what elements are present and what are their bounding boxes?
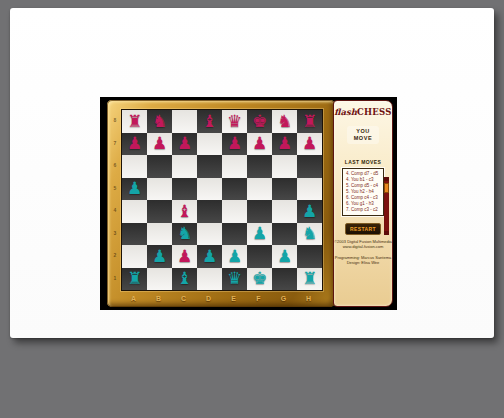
square-g6[interactable] xyxy=(272,155,297,178)
pink-queen-e8[interactable]: ♛ xyxy=(222,110,247,133)
square-e4[interactable] xyxy=(222,200,247,223)
pink-pawn-c7[interactable]: ♟ xyxy=(172,133,197,156)
file-label-g: G xyxy=(271,292,296,304)
last-moves-title: LAST MOVES xyxy=(345,159,382,165)
rank-label-6: 6 xyxy=(110,154,120,177)
square-a1[interactable]: ♜ xyxy=(122,268,147,291)
square-d4[interactable] xyxy=(197,200,222,223)
square-d2[interactable]: ♟ xyxy=(197,245,222,268)
square-e2[interactable]: ♟ xyxy=(222,245,247,268)
pink-pawn-g7[interactable]: ♟ xyxy=(272,133,297,156)
move-row: 7. Comp c3 - c2 xyxy=(346,207,382,213)
square-d5[interactable] xyxy=(197,178,222,201)
teal-knight-h3[interactable]: ♞ xyxy=(297,223,322,246)
square-e6[interactable] xyxy=(222,155,247,178)
teal-pawn-e2[interactable]: ♟ xyxy=(222,245,247,268)
square-h2[interactable] xyxy=(297,245,322,268)
rank-label-3: 3 xyxy=(110,222,120,245)
pink-bishop-d8[interactable]: ♝ xyxy=(197,110,222,133)
square-c1[interactable]: ♝ xyxy=(172,268,197,291)
turn-status: YOU MOVE xyxy=(347,126,380,144)
pink-pawn-b7[interactable]: ♟ xyxy=(147,133,172,156)
square-g2[interactable]: ♟ xyxy=(272,245,297,268)
square-h6[interactable] xyxy=(297,155,322,178)
teal-queen-e1[interactable]: ♛ xyxy=(222,268,247,291)
app-logo: flashCHESS xyxy=(334,108,392,117)
square-a6[interactable] xyxy=(122,155,147,178)
teal-pawn-f3[interactable]: ♟ xyxy=(247,223,272,246)
square-a2[interactable] xyxy=(122,245,147,268)
file-label-f: F xyxy=(246,292,271,304)
square-h1[interactable]: ♜ xyxy=(297,268,322,291)
pink-pawn-e7[interactable]: ♟ xyxy=(222,133,247,156)
move-history-scrollbar[interactable] xyxy=(384,177,389,235)
square-g3[interactable] xyxy=(272,223,297,246)
rank-label-1: 1 xyxy=(110,267,120,290)
square-b4[interactable] xyxy=(147,200,172,223)
credits-block: Programming: Marcus Santema Design: Elis… xyxy=(335,255,391,265)
square-h3[interactable]: ♞ xyxy=(297,223,322,246)
square-e5[interactable] xyxy=(222,178,247,201)
logo-flash-text: flash xyxy=(334,107,357,117)
teal-king-f1[interactable]: ♚ xyxy=(247,268,272,291)
page-panel: 87654321 ♜♞♝♛♚♞♜♟♟♟♟♟♟♟♟♝♟♞♟♞♟♟♟♟♟♜♝♛♚♜ … xyxy=(10,8,494,338)
square-d1[interactable] xyxy=(197,268,222,291)
teal-bishop-c1[interactable]: ♝ xyxy=(172,268,197,291)
square-d6[interactable] xyxy=(197,155,222,178)
square-h4[interactable]: ♟ xyxy=(297,200,322,223)
rank-label-8: 8 xyxy=(110,109,120,132)
square-c6[interactable] xyxy=(172,155,197,178)
teal-rook-h1[interactable]: ♜ xyxy=(297,268,322,291)
flash-game-stage: 87654321 ♜♞♝♛♚♞♜♟♟♟♟♟♟♟♟♝♟♞♟♞♟♟♟♟♟♜♝♛♚♜ … xyxy=(100,97,397,310)
square-d7[interactable] xyxy=(197,133,222,156)
pink-pawn-h7[interactable]: ♟ xyxy=(297,133,322,156)
teal-pawn-a5[interactable]: ♟ xyxy=(122,178,147,201)
rank-label-2: 2 xyxy=(110,244,120,267)
rank-labels: 87654321 xyxy=(110,109,120,289)
square-b2[interactable]: ♟ xyxy=(147,245,172,268)
square-e1[interactable]: ♛ xyxy=(222,268,247,291)
square-a5[interactable]: ♟ xyxy=(122,178,147,201)
square-f8[interactable]: ♚ xyxy=(247,110,272,133)
scroll-up-icon[interactable] xyxy=(384,177,389,181)
pink-pawn-a7[interactable]: ♟ xyxy=(122,133,147,156)
pink-pawn-f7[interactable]: ♟ xyxy=(247,133,272,156)
square-g5[interactable] xyxy=(272,178,297,201)
square-d8[interactable]: ♝ xyxy=(197,110,222,133)
square-f6[interactable] xyxy=(247,155,272,178)
square-a7[interactable]: ♟ xyxy=(122,133,147,156)
teal-pawn-h4[interactable]: ♟ xyxy=(297,200,322,223)
copyright-block: ©2003 Digital Fusion Multimedia www.digi… xyxy=(334,239,392,249)
teal-pawn-d2[interactable]: ♟ xyxy=(197,245,222,268)
square-c2[interactable]: ♟ xyxy=(172,245,197,268)
square-h8[interactable]: ♜ xyxy=(297,110,322,133)
square-g1[interactable] xyxy=(272,268,297,291)
rank-label-4: 4 xyxy=(110,199,120,222)
square-e3[interactable] xyxy=(222,223,247,246)
square-f2[interactable] xyxy=(247,245,272,268)
square-c7[interactable]: ♟ xyxy=(172,133,197,156)
square-h5[interactable] xyxy=(297,178,322,201)
chess-board: ♜♞♝♛♚♞♜♟♟♟♟♟♟♟♟♝♟♞♟♞♟♟♟♟♟♜♝♛♚♜ xyxy=(121,109,323,291)
square-b6[interactable] xyxy=(147,155,172,178)
pink-rook-a8[interactable]: ♜ xyxy=(122,110,147,133)
pink-bishop-c4[interactable]: ♝ xyxy=(172,200,197,223)
logo-chess-text: CHESS xyxy=(357,107,392,117)
file-label-h: H xyxy=(296,292,321,304)
teal-pawn-g2[interactable]: ♟ xyxy=(272,245,297,268)
file-label-e: E xyxy=(221,292,246,304)
scroll-down-icon[interactable] xyxy=(384,231,389,235)
pink-pawn-c2[interactable]: ♟ xyxy=(172,245,197,268)
copyright-line2: www.digital-fusion.com xyxy=(334,244,392,249)
square-e8[interactable]: ♛ xyxy=(222,110,247,133)
file-label-b: B xyxy=(146,292,171,304)
square-f3[interactable]: ♟ xyxy=(247,223,272,246)
square-g7[interactable]: ♟ xyxy=(272,133,297,156)
square-f5[interactable] xyxy=(247,178,272,201)
square-a4[interactable] xyxy=(122,200,147,223)
move-history-list[interactable]: 4. Comp d7 - d54. You b1 - c35. Comp d5 … xyxy=(342,168,384,216)
square-f7[interactable]: ♟ xyxy=(247,133,272,156)
pink-knight-b8[interactable]: ♞ xyxy=(147,110,172,133)
square-a3[interactable] xyxy=(122,223,147,246)
turn-status-line1: YOU xyxy=(354,128,373,135)
file-label-c: C xyxy=(171,292,196,304)
scrollbar-thumb[interactable] xyxy=(384,183,389,193)
file-label-a: A xyxy=(121,292,146,304)
pink-king-f8[interactable]: ♚ xyxy=(247,110,272,133)
square-b1[interactable] xyxy=(147,268,172,291)
credit-line2: Design: Elisa Wee xyxy=(335,260,391,265)
square-c8[interactable] xyxy=(172,110,197,133)
turn-status-line2: MOVE xyxy=(354,135,373,142)
square-b3[interactable] xyxy=(147,223,172,246)
rank-label-7: 7 xyxy=(110,132,120,155)
pink-knight-g8[interactable]: ♞ xyxy=(272,110,297,133)
wooden-board-frame: 87654321 ♜♞♝♛♚♞♜♟♟♟♟♟♟♟♟♝♟♞♟♞♟♟♟♟♟♜♝♛♚♜ … xyxy=(107,100,335,307)
square-c5[interactable] xyxy=(172,178,197,201)
square-c3[interactable]: ♞ xyxy=(172,223,197,246)
restart-button[interactable]: RESTART xyxy=(345,223,381,235)
square-g8[interactable]: ♞ xyxy=(272,110,297,133)
teal-pawn-b2[interactable]: ♟ xyxy=(147,245,172,268)
game-sidebar: flashCHESS YOU MOVE LAST MOVES 4. Comp d… xyxy=(333,100,393,307)
square-b5[interactable] xyxy=(147,178,172,201)
square-g4[interactable] xyxy=(272,200,297,223)
pink-rook-h8[interactable]: ♜ xyxy=(297,110,322,133)
square-e7[interactable]: ♟ xyxy=(222,133,247,156)
square-f1[interactable]: ♚ xyxy=(247,268,272,291)
teal-knight-c3[interactable]: ♞ xyxy=(172,223,197,246)
rank-label-5: 5 xyxy=(110,177,120,200)
square-a8[interactable]: ♜ xyxy=(122,110,147,133)
teal-rook-a1[interactable]: ♜ xyxy=(122,268,147,291)
square-h7[interactable]: ♟ xyxy=(297,133,322,156)
file-labels: ABCDEFGH xyxy=(121,292,321,304)
file-label-d: D xyxy=(196,292,221,304)
square-b7[interactable]: ♟ xyxy=(147,133,172,156)
square-b8[interactable]: ♞ xyxy=(147,110,172,133)
square-f4[interactable] xyxy=(247,200,272,223)
square-c4[interactable]: ♝ xyxy=(172,200,197,223)
square-d3[interactable] xyxy=(197,223,222,246)
